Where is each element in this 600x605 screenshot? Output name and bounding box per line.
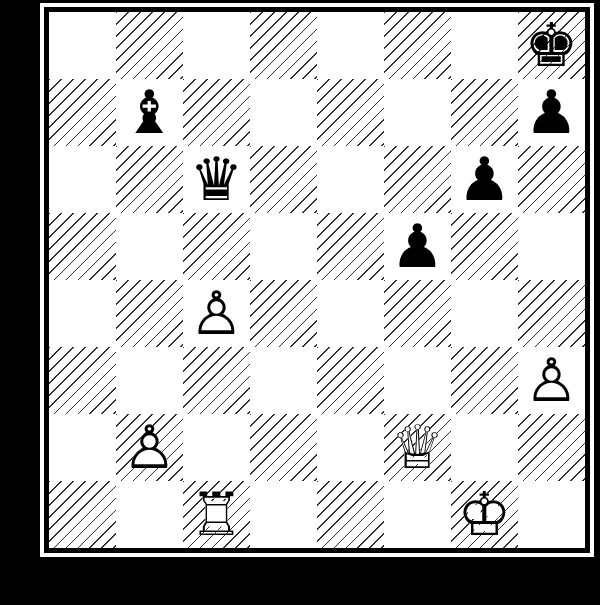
white-queen-piece: ♕ <box>384 414 451 481</box>
square-h6[interactable] <box>518 146 585 213</box>
square-g1[interactable]: ♚♔ <box>451 481 518 548</box>
black-king-piece: ♚ <box>518 12 585 79</box>
square-c1[interactable]: ♜♖ <box>183 481 250 548</box>
square-g7[interactable] <box>451 79 518 146</box>
square-h8[interactable]: ♚ <box>518 12 585 79</box>
square-c3[interactable] <box>183 347 250 414</box>
black-queen-piece: ♛ <box>183 146 250 213</box>
square-a8[interactable] <box>49 12 116 79</box>
square-b6[interactable] <box>116 146 183 213</box>
square-a1[interactable] <box>49 481 116 548</box>
white-pawn-piece: ♙ <box>116 414 183 481</box>
square-f6[interactable] <box>384 146 451 213</box>
square-a6[interactable] <box>49 146 116 213</box>
square-e7[interactable] <box>317 79 384 146</box>
square-d3[interactable] <box>250 347 317 414</box>
square-a5[interactable] <box>49 213 116 280</box>
square-h2[interactable] <box>518 414 585 481</box>
square-e3[interactable] <box>317 347 384 414</box>
square-e4[interactable] <box>317 280 384 347</box>
square-d7[interactable] <box>250 79 317 146</box>
square-b8[interactable] <box>116 12 183 79</box>
square-b2[interactable]: ♟♙ <box>116 414 183 481</box>
square-f7[interactable] <box>384 79 451 146</box>
square-b5[interactable] <box>116 213 183 280</box>
square-g5[interactable] <box>451 213 518 280</box>
square-f8[interactable] <box>384 12 451 79</box>
square-h3[interactable]: ♟♙ <box>518 347 585 414</box>
square-b4[interactable] <box>116 280 183 347</box>
square-d2[interactable] <box>250 414 317 481</box>
square-b1[interactable] <box>116 481 183 548</box>
square-d8[interactable] <box>250 12 317 79</box>
square-e8[interactable] <box>317 12 384 79</box>
black-pawn-piece: ♟ <box>518 79 585 146</box>
square-g2[interactable] <box>451 414 518 481</box>
square-d1[interactable] <box>250 481 317 548</box>
square-c7[interactable] <box>183 79 250 146</box>
square-g3[interactable] <box>451 347 518 414</box>
square-f3[interactable] <box>384 347 451 414</box>
square-a2[interactable] <box>49 414 116 481</box>
square-h5[interactable] <box>518 213 585 280</box>
square-h7[interactable]: ♟ <box>518 79 585 146</box>
square-g4[interactable] <box>451 280 518 347</box>
black-pawn-piece: ♟ <box>384 213 451 280</box>
square-f2[interactable]: ♛♕ <box>384 414 451 481</box>
square-g6[interactable]: ♟ <box>451 146 518 213</box>
square-f5[interactable]: ♟ <box>384 213 451 280</box>
square-c6[interactable]: ♛ <box>183 146 250 213</box>
square-c4[interactable]: ♟♙ <box>183 280 250 347</box>
square-c2[interactable] <box>183 414 250 481</box>
square-g8[interactable] <box>451 12 518 79</box>
square-d4[interactable] <box>250 280 317 347</box>
square-d6[interactable] <box>250 146 317 213</box>
square-a3[interactable] <box>49 347 116 414</box>
black-bishop-piece: ♝ <box>116 79 183 146</box>
square-h1[interactable] <box>518 481 585 548</box>
square-a7[interactable] <box>49 79 116 146</box>
square-a4[interactable] <box>49 280 116 347</box>
white-pawn-piece: ♙ <box>183 280 250 347</box>
white-pawn-piece: ♙ <box>518 347 585 414</box>
square-h4[interactable] <box>518 280 585 347</box>
square-e2[interactable] <box>317 414 384 481</box>
square-f4[interactable] <box>384 280 451 347</box>
square-d5[interactable] <box>250 213 317 280</box>
square-c5[interactable] <box>183 213 250 280</box>
square-e6[interactable] <box>317 146 384 213</box>
black-pawn-piece: ♟ <box>451 146 518 213</box>
white-king-piece: ♔ <box>451 481 518 548</box>
square-e5[interactable] <box>317 213 384 280</box>
square-b7[interactable]: ♝ <box>116 79 183 146</box>
board-frame: ♚♝♟♛♟♟♟♙♟♙♟♙♛♕♜♖♚♔ <box>40 3 594 557</box>
white-rook-piece: ♖ <box>183 481 250 548</box>
chess-board[interactable]: ♚♝♟♛♟♟♟♙♟♙♟♙♛♕♜♖♚♔ <box>44 7 590 553</box>
square-e1[interactable] <box>317 481 384 548</box>
square-f1[interactable] <box>384 481 451 548</box>
square-b3[interactable] <box>116 347 183 414</box>
square-c8[interactable] <box>183 12 250 79</box>
